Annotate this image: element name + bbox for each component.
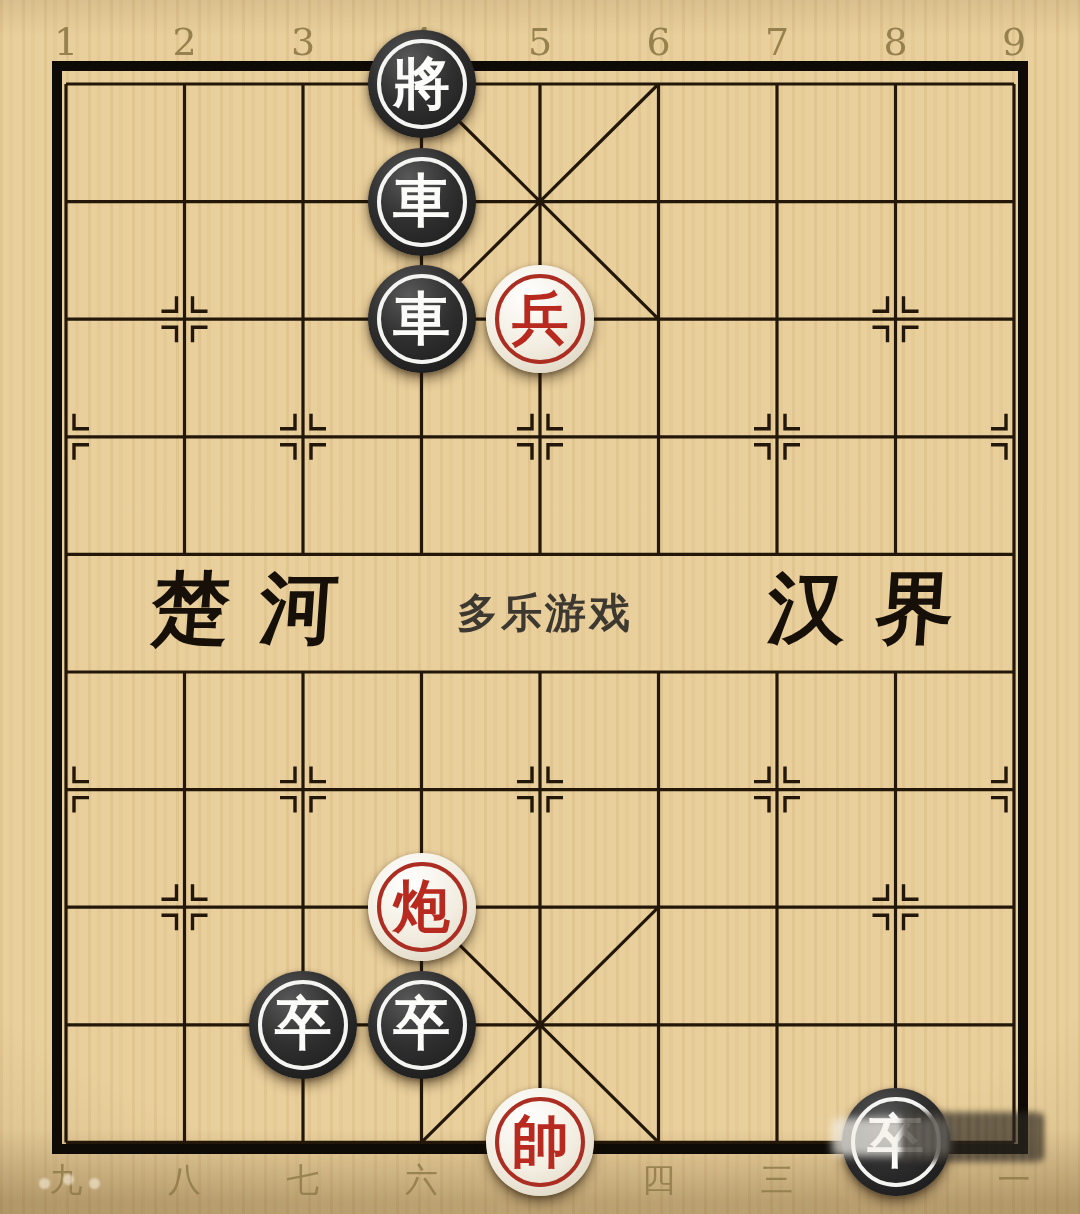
piece-glyph: 兵 xyxy=(512,290,569,347)
piece-glyph: 卒 xyxy=(275,995,332,1052)
decoration-dot xyxy=(63,1174,74,1185)
decoration-dot xyxy=(39,1178,50,1189)
pieces-layer[interactable]: 將車車兵炮卒卒帥卒 xyxy=(0,0,1080,1214)
piece-red-general[interactable]: 帥 xyxy=(486,1088,594,1196)
piece-glyph: 車 xyxy=(393,172,450,229)
piece-glyph: 車 xyxy=(393,290,450,347)
xiangqi-board: 123456789 九八七六五四三二一 楚河 汉界 多乐游戏 將車車兵炮卒卒帥卒 xyxy=(0,0,1080,1214)
piece-glyph: 帥 xyxy=(512,1113,569,1170)
decoration-dot xyxy=(89,1178,100,1189)
piece-black-chariot[interactable]: 車 xyxy=(368,148,476,256)
piece-glyph: 炮 xyxy=(393,878,450,935)
piece-red-soldier[interactable]: 兵 xyxy=(486,265,594,373)
piece-black-general[interactable]: 將 xyxy=(368,30,476,138)
piece-black-chariot[interactable]: 車 xyxy=(368,265,476,373)
piece-black-soldier[interactable]: 卒 xyxy=(368,971,476,1079)
piece-glyph: 卒 xyxy=(393,995,450,1052)
piece-black-soldier[interactable]: 卒 xyxy=(249,971,357,1079)
piece-red-cannon[interactable]: 炮 xyxy=(368,853,476,961)
piece-glyph: 將 xyxy=(393,55,450,112)
piece-black-soldier[interactable]: 卒 xyxy=(842,1088,950,1196)
piece-glyph: 卒 xyxy=(867,1113,924,1170)
